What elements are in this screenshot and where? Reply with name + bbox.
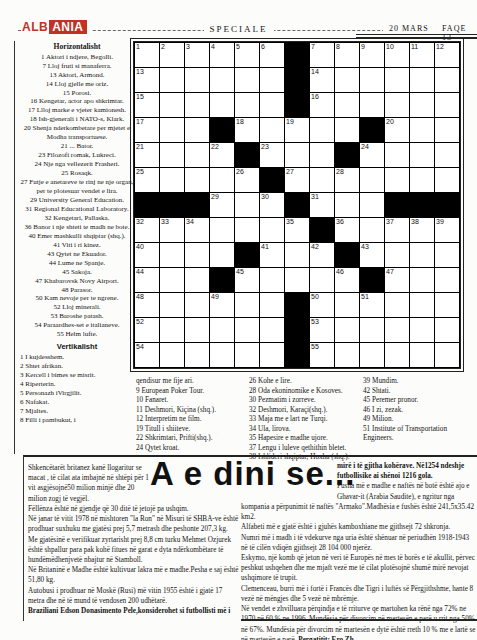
down-clue: 1 I kujdesshem. (20, 353, 134, 362)
black-cell (285, 93, 309, 117)
grid-cell[interactable] (185, 318, 209, 342)
grid-cell[interactable] (185, 93, 209, 117)
article-credit: Pergatitit: Ero Zh. (298, 636, 355, 640)
down-clue: 28 Oda ekoninomike e Kosoves. (249, 387, 359, 397)
grid-cell[interactable] (385, 143, 409, 167)
grid-cell[interactable]: 31 (310, 193, 334, 217)
article-paragraph: Alfabeti më e gjatë është i gjuhës kambo… (241, 522, 476, 532)
grid-cell[interactable]: 39 (435, 218, 459, 242)
grid-cell[interactable] (260, 68, 284, 92)
clue-number: 37 (386, 218, 394, 226)
clue-number: 47 (386, 268, 394, 276)
grid-cell[interactable]: 54 (135, 343, 159, 367)
down-clue: 5 Personazh iVirgjilit. (20, 389, 134, 398)
clue-number: 10 (386, 43, 394, 51)
grid-cell[interactable] (410, 68, 434, 92)
grid-cell[interactable]: 40 (135, 243, 159, 267)
grid-cell[interactable] (260, 93, 284, 117)
article-bottom-rule (241, 619, 477, 621)
grid-cell[interactable] (210, 68, 234, 92)
grid-cell[interactable] (335, 318, 359, 342)
black-cell (360, 118, 384, 142)
grid-cell[interactable]: 27 (285, 168, 309, 192)
article-right-last-paragraph: Në vendet e zhvilluara përqindja e të rr… (241, 604, 476, 640)
clue-column-left: Horizontalisht 1 Aktori i ndjere, Begoll… (14, 41, 135, 454)
down-clue: 35 Hapesire e madhe ujore. (249, 434, 359, 444)
logo-text-alb: ALB (22, 20, 48, 34)
clue-number: 17 (136, 118, 144, 126)
grid-cell[interactable] (235, 218, 259, 242)
clue-number: 42 (311, 243, 319, 251)
grid-cell[interactable]: 30 (260, 193, 284, 217)
across-clue: 54 Paraardhes-set e italianeve. (20, 321, 134, 330)
across-clue: 29 University General Education. (20, 196, 134, 205)
grid-cell[interactable] (335, 193, 359, 217)
grid-cell[interactable]: 50 (310, 293, 334, 317)
clue-number: 30 (261, 193, 269, 201)
grid-cell[interactable]: 24 (360, 143, 384, 167)
across-clue: 53 Baroshe patash. (20, 312, 134, 321)
crossword-grid: 1234567891011121314151617181920212223242… (134, 42, 460, 368)
down-clue: 39 Mundim. (363, 377, 475, 387)
grid-cell[interactable] (360, 168, 384, 192)
grid-cell[interactable]: 46 (335, 268, 359, 292)
grid-cell[interactable] (210, 93, 234, 117)
grid-cell[interactable]: 49 (210, 293, 234, 317)
across-clue: 41 Viti i ri kinez. (20, 241, 134, 250)
grid-cell[interactable]: 32 (135, 218, 159, 242)
grid-cell[interactable]: 20 (385, 118, 409, 142)
grid-cell[interactable] (160, 343, 184, 367)
black-cell (160, 193, 184, 217)
across-clue: 40 Emer mashkulli shqiptar (shq.). (20, 232, 134, 241)
grid-cell[interactable] (310, 143, 334, 167)
grid-cell[interactable] (160, 68, 184, 92)
grid-cell[interactable] (235, 343, 259, 367)
grid-cell[interactable] (260, 218, 284, 242)
down-clue: 3 Kercell i bimes se misrit. (20, 371, 134, 380)
grid-cell[interactable] (435, 243, 459, 267)
clue-number: 21 (136, 143, 144, 151)
grid-cell[interactable]: 55 (310, 343, 334, 367)
clue-number: 9 (361, 43, 365, 51)
grid-cell[interactable] (360, 193, 384, 217)
grid-cell[interactable] (435, 293, 459, 317)
clue-number: 51 (361, 293, 369, 301)
grid-cell[interactable] (260, 293, 284, 317)
grid-cell[interactable]: 26 (235, 168, 259, 192)
grid-cell[interactable] (435, 268, 459, 292)
section-title: SPECIALE (203, 24, 273, 34)
down-clue: 45 Peremer pronor. (363, 396, 475, 406)
across-clue: 43 Qytet ne Ekuador. (20, 250, 134, 259)
black-cell (335, 143, 359, 167)
across-clue: 7 Lloj fruti si manaferra. (20, 62, 134, 71)
grid-cell[interactable] (385, 68, 409, 92)
grid-cell[interactable]: 37 (385, 218, 409, 242)
grid-cell[interactable] (310, 168, 334, 192)
headline-spacer-right-col (241, 461, 337, 501)
across-clue: 18 Ish-gjenerali i NATO-s, Klark. (20, 115, 134, 124)
across-clue: 24 Nje nga vellezerit Frasheri. (20, 160, 134, 169)
grid-cell[interactable] (160, 293, 184, 317)
grid-cell[interactable]: 47 (385, 268, 409, 292)
grid-cell[interactable] (210, 168, 234, 192)
clue-number: 45 (236, 268, 244, 276)
grid-cell[interactable]: 5 (235, 43, 259, 67)
across-clue: 15 Porosi. (20, 89, 134, 98)
article-last-text: Në vendet e zhvilluara përqindja e të rr… (241, 605, 476, 640)
clue-number: 12 (436, 43, 444, 51)
grid-cell[interactable] (185, 68, 209, 92)
clue-number: 22 (211, 143, 219, 151)
grid-cell[interactable]: 29 (210, 193, 234, 217)
grid-cell[interactable] (285, 243, 309, 267)
black-cell (285, 293, 309, 317)
down-clue: 4 Riperterin. (20, 380, 134, 389)
across-clues-list: 1 Aktori i ndjere, Begolli.7 Lloj fruti … (20, 53, 134, 340)
grid-cell[interactable] (285, 143, 309, 167)
grid-cell[interactable]: 19 (285, 118, 309, 142)
grid-cell[interactable] (235, 293, 259, 317)
grid-cell[interactable] (185, 118, 209, 142)
black-cell (285, 343, 309, 367)
grid-cell[interactable] (410, 318, 434, 342)
grid-cell[interactable]: 18 (235, 118, 259, 142)
grid-cell[interactable]: 53 (310, 318, 334, 342)
clue-number: 53 (311, 318, 319, 326)
clue-number: 55 (311, 343, 319, 351)
grid-cell[interactable] (160, 243, 184, 267)
grid-cell[interactable] (235, 193, 259, 217)
across-clue: 14 Lloj gjelle me oriz. (20, 80, 134, 89)
across-clue: 55 Helm lufte. (20, 330, 134, 339)
down-clue: 9 European Poker Tour. (136, 387, 242, 397)
grid-cell[interactable] (385, 243, 409, 267)
black-cell (435, 193, 459, 217)
across-clue: 21 ... Bator. (20, 142, 134, 151)
grid-cell[interactable]: 41 (260, 243, 284, 267)
across-clue: 13 Aktori, Armond. (20, 71, 134, 80)
clue-number: 27 (286, 168, 294, 176)
grid-cell[interactable] (210, 318, 234, 342)
across-clues-title: Horizontalisht (20, 42, 134, 52)
grid-cell[interactable] (210, 218, 234, 242)
grid-cell[interactable] (260, 343, 284, 367)
article-paragraph: Fëllënza është në gjendje që 30 ditë të … (28, 504, 240, 514)
black-cell (285, 43, 309, 67)
grid-cell[interactable] (435, 68, 459, 92)
grid-cell[interactable] (185, 243, 209, 267)
down-clue: 7 Mjaltes. (20, 407, 134, 416)
grid-cell[interactable] (235, 68, 259, 92)
grid-cell[interactable] (160, 93, 184, 117)
grid-cell[interactable]: 23 (260, 143, 284, 167)
clue-number: 11 (411, 43, 418, 51)
grid-cell[interactable]: 9 (360, 43, 384, 67)
grid-cell[interactable]: 4 (210, 43, 234, 67)
across-clue: 20 Shenja nderkombetare per mjetet e Mod… (20, 124, 134, 142)
black-cell (410, 193, 434, 217)
grid-cell[interactable]: 15 (135, 93, 159, 117)
down-clue: 46 I zi, zezak. (363, 406, 475, 416)
clue-number: 40 (136, 243, 144, 251)
grid-cell[interactable]: 3 (185, 43, 209, 67)
clue-number: 5 (236, 43, 240, 51)
grid-cell[interactable] (210, 343, 234, 367)
clue-number: 32 (136, 218, 144, 226)
grid-cell[interactable]: 17 (135, 118, 159, 142)
grid-cell[interactable] (410, 168, 434, 192)
grid-cell[interactable]: 10 (385, 43, 409, 67)
across-clue: 31 Regional Educational Laboratory. (20, 205, 134, 214)
grid-cell[interactable] (435, 343, 459, 367)
article-right-column: mirë i të gjitha kohërave. Në1254 ndeshj… (241, 461, 476, 640)
grid-cell[interactable] (360, 68, 384, 92)
grid-cell[interactable] (185, 168, 209, 192)
article-left-bold-line: Braziliani Edson Donasimento Pele,konsid… (28, 606, 240, 616)
grid-cell[interactable] (185, 343, 209, 367)
grid-cell[interactable]: 25 (135, 168, 159, 192)
black-cell (285, 68, 309, 92)
grid-cell[interactable] (410, 143, 434, 167)
clue-number: 50 (311, 293, 319, 301)
grid-cell[interactable]: 36 (335, 218, 359, 242)
clue-number: 41 (261, 243, 269, 251)
clue-number: 46 (336, 268, 344, 276)
down-clue: 19 Titull i shiiteve. (136, 425, 242, 435)
black-cell (135, 193, 159, 217)
across-clue: 27 Futje e anetareve te rinj ne nje orga… (20, 178, 134, 196)
down-clue: 30 Pezmatim i zorreve. (249, 396, 359, 406)
clue-number: 4 (211, 43, 215, 51)
grid-cell[interactable] (360, 343, 384, 367)
down-clue: 11 Deshmori, Kiçina (shq.). (136, 406, 242, 416)
black-cell (210, 268, 234, 292)
grid-cell[interactable]: 52 (135, 318, 159, 342)
article-paragraph: Autobusi i prodhuar në Moskë (Rusi) më v… (28, 586, 240, 606)
grid-cell[interactable] (435, 93, 459, 117)
grid-cell[interactable] (310, 118, 334, 142)
grid-cell[interactable] (285, 268, 309, 292)
article-paragraph: Numri më i madh i të vdekurve nga uria ë… (241, 533, 476, 553)
grid-cell[interactable] (335, 293, 359, 317)
across-clue: 23 Filozofi romak, Lukreci. (20, 151, 134, 160)
grid-cell[interactable]: 14 (310, 68, 334, 92)
down-clue: 22 Shkrimtari, Prifti(shq.). (136, 434, 242, 444)
clue-number: 20 (386, 118, 394, 126)
grid-cell[interactable] (260, 268, 284, 292)
grid-cell[interactable] (410, 118, 434, 142)
across-clue: 45 Sakoja. (20, 268, 134, 277)
across-clue: 47 Khabarovsk Novy Airport. (20, 277, 134, 286)
grid-cell[interactable]: 1 (135, 43, 159, 67)
newspaper-page: ALBANIA SPECIALE 20 MARS FAQE 13 Horizon… (0, 0, 477, 640)
grid-cell[interactable]: 34 (185, 218, 209, 242)
clue-number: 49 (211, 293, 219, 301)
down-clues-col2: qendisur me fije ari.9 European Poker To… (136, 377, 242, 453)
clue-number: 25 (136, 168, 144, 176)
grid-cell[interactable] (360, 218, 384, 242)
clue-number: 38 (411, 218, 419, 226)
grid-cell[interactable]: 51 (360, 293, 384, 317)
grid-cell[interactable] (360, 93, 384, 117)
down-clue: 42 Shtati. (363, 387, 475, 397)
clue-number: 33 (161, 218, 169, 226)
grid-cell[interactable]: 7 (310, 43, 334, 67)
across-clue: 17 Llloj marke e vjeter kamionesh. (20, 106, 134, 115)
across-clue: 52 Lloj minerali. (20, 303, 134, 312)
grid-cell[interactable] (385, 93, 409, 117)
grid-cell[interactable] (385, 293, 409, 317)
grid-cell[interactable] (160, 143, 184, 167)
black-cell (260, 168, 284, 192)
down-clues-col4: 39 Mundim.42 Shtati.45 Peremer pronor.46… (363, 377, 475, 444)
clue-number: 48 (136, 293, 144, 301)
grid-cell[interactable] (185, 143, 209, 167)
grid-cell[interactable] (435, 318, 459, 342)
albania-logo: ALBANIA (22, 21, 91, 34)
grid-cell[interactable] (235, 93, 259, 117)
down-clues-title: Vertikalisht (20, 342, 134, 352)
down-clue: 32 Deshmori, Karaçi(shq.). (249, 406, 359, 416)
clue-number: 23 (261, 143, 269, 151)
clue-number: 15 (136, 93, 144, 101)
grid-cell[interactable] (335, 68, 359, 92)
down-clue: 51 Institute of Transportation Engineers… (363, 425, 475, 444)
grid-cell[interactable]: 13 (135, 68, 159, 92)
black-cell (385, 193, 409, 217)
grid-cell[interactable] (185, 268, 209, 292)
down-clue: 34 Ula, lirova. (249, 425, 359, 435)
down-clue: 8 Filli i pambukut, i (20, 416, 134, 425)
logo-text-ania: ANIA (49, 20, 86, 34)
article-paragraph: Në Britaninë e Madhe është kultivuar lak… (28, 565, 240, 585)
clue-number: 52 (136, 318, 144, 326)
grid-cell[interactable] (160, 168, 184, 192)
grid-cell[interactable]: 35 (285, 218, 309, 242)
down-clue: qendisur me fije ari. (136, 377, 242, 387)
grid-cell[interactable]: 8 (335, 43, 359, 67)
grid-cell[interactable] (385, 343, 409, 367)
down-clue: 33 Maja me e lart ne Turqi. (249, 415, 359, 425)
black-cell (310, 218, 334, 242)
clue-number: 39 (436, 218, 444, 226)
grid-cell[interactable] (335, 93, 359, 117)
grid-cell[interactable] (385, 168, 409, 192)
across-clue: 32 Kengetari, Pallaska. (20, 214, 134, 223)
grid-cell[interactable] (410, 243, 434, 267)
grid-cell[interactable]: 48 (135, 293, 159, 317)
grid-cell[interactable]: 44 (135, 268, 159, 292)
grid-cell[interactable] (160, 268, 184, 292)
grid-cell[interactable]: 2 (160, 43, 184, 67)
article-paragraph: Clemenceau, burri më i fortë i Francës d… (241, 584, 476, 604)
black-cell (335, 243, 359, 267)
grid-cell[interactable]: 12 (435, 43, 459, 67)
grid-cell[interactable]: 28 (335, 168, 359, 192)
down-clue: 24 Qytet kroat. (136, 444, 242, 454)
grid-cell[interactable] (385, 318, 409, 342)
down-clue: 2 Shtet afrikan. (20, 362, 134, 371)
grid-cell[interactable] (410, 268, 434, 292)
across-clue: 50 Kam nevoje per te ngrene. (20, 294, 134, 303)
clue-number: 2 (161, 43, 165, 51)
across-clue: 36 Banor i nje shteti te madh ne bote. (20, 223, 134, 232)
grid-cell[interactable] (235, 318, 259, 342)
clue-number: 31 (311, 193, 319, 201)
down-clue: 10 Fanaret. (136, 396, 242, 406)
grid-cell[interactable]: 43 (360, 243, 384, 267)
clue-number: 14 (311, 68, 319, 76)
grid-cell[interactable] (160, 318, 184, 342)
did-you-know-article: A e dini se... Shkencëtarët britanez kan… (23, 455, 477, 621)
grid-cell[interactable]: 38 (410, 218, 434, 242)
clue-number: 19 (286, 118, 294, 126)
grid-cell[interactable] (435, 118, 459, 142)
grid-cell[interactable] (310, 268, 334, 292)
across-clue: 44 Lume ne Spanje. (20, 259, 134, 268)
crossword-box: 1234567891011121314151617181920212223242… (130, 38, 464, 372)
grid-cell[interactable] (360, 318, 384, 342)
grid-cell[interactable]: 45 (235, 268, 259, 292)
across-clue: 48 Parasor. (20, 286, 134, 295)
across-clue: 16 Kengetar, actor apo shkrimtar. (20, 97, 134, 106)
grid-cell[interactable]: 42 (310, 243, 334, 267)
article-paragraph: Në janar të vitit 1978 në mishtoren "la … (28, 514, 240, 534)
clue-number: 18 (236, 118, 244, 126)
clue-number: 24 (361, 143, 369, 151)
down-clue: 37 Lengu i luleve qethithin bletet. (249, 444, 359, 454)
grid-cell[interactable]: 21 (135, 143, 159, 167)
down-clue: 6 Nafakat. (20, 398, 134, 407)
grid-cell[interactable] (410, 293, 434, 317)
black-cell (235, 143, 259, 167)
clue-number: 6 (261, 43, 265, 51)
grid-cell[interactable] (160, 118, 184, 142)
article-paragraph: Eskymo, një komb që jeton në veri të Eur… (241, 553, 476, 584)
grid-cell[interactable]: 33 (160, 218, 184, 242)
grid-cell[interactable] (185, 293, 209, 317)
clue-number: 7 (311, 43, 315, 51)
clue-number: 3 (186, 43, 190, 51)
grid-cell[interactable] (410, 93, 434, 117)
grid-cell[interactable]: 16 (310, 93, 334, 117)
across-clue: 25 Rosaqk. (20, 169, 134, 178)
grid-cell[interactable] (435, 143, 459, 167)
black-cell (210, 118, 234, 142)
grid-cell[interactable] (435, 168, 459, 192)
black-cell (235, 243, 259, 267)
grid-cell[interactable]: 11 (410, 43, 434, 67)
down-clue: 26 Kohe e lire. (249, 377, 359, 387)
black-cell (285, 193, 309, 217)
grid-cell[interactable] (410, 343, 434, 367)
clue-number: 35 (286, 218, 294, 226)
grid-cell[interactable] (335, 343, 359, 367)
grid-cell[interactable] (260, 318, 284, 342)
grid-cell[interactable] (335, 118, 359, 142)
down-clues-col1: 1 I kujdesshem.2 Shtet afrikan.3 Kercell… (20, 353, 134, 425)
down-clues-col3: 26 Kohe e lire.28 Oda ekoninomike e Koso… (249, 377, 359, 463)
black-cell (185, 193, 209, 217)
grid-cell[interactable] (260, 118, 284, 142)
grid-cell[interactable]: 22 (210, 143, 234, 167)
clue-number: 44 (136, 268, 144, 276)
grid-cell[interactable]: 6 (260, 43, 284, 67)
grid-cell[interactable] (210, 243, 234, 267)
clue-number: 1 (136, 43, 140, 51)
